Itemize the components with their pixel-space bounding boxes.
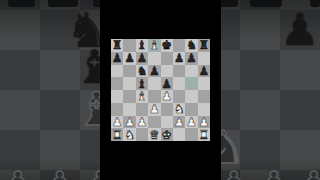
square-b2[interactable]: ♟ bbox=[123, 116, 135, 129]
white-queen-icon: ♛ bbox=[149, 128, 160, 140]
bg-piece-base bbox=[8, 0, 35, 7]
white-pawn-icon: ♟ bbox=[186, 116, 197, 128]
square-d4[interactable] bbox=[148, 90, 160, 103]
square-d7[interactable] bbox=[148, 52, 160, 65]
square-f6[interactable] bbox=[173, 65, 185, 78]
square-e7[interactable] bbox=[161, 52, 173, 65]
bg-black-pawn-icon: ♟ bbox=[280, 8, 319, 52]
video-frame: ♞ ♝ ♝ ♟ ♞ ♟ ♟ ♟ ♟ ♟ ♟ ♜♝♝♚♞♜♟♟♟♟♟♞♟♟♝♟♝♟… bbox=[0, 0, 320, 180]
square-h4[interactable] bbox=[198, 90, 210, 103]
square-f5[interactable] bbox=[173, 77, 185, 90]
white-pawn-icon: ♟ bbox=[161, 90, 172, 102]
square-h7[interactable] bbox=[198, 52, 210, 65]
white-pawn-icon: ♟ bbox=[198, 116, 209, 128]
square-c8[interactable]: ♝ bbox=[136, 39, 148, 52]
bg-white-pawn-top-icon: ♟ bbox=[0, 166, 37, 180]
square-c5[interactable]: ♝ bbox=[136, 77, 148, 90]
square-e8[interactable]: ♚ bbox=[161, 39, 173, 52]
square-f1[interactable] bbox=[173, 128, 185, 141]
square-d2[interactable] bbox=[148, 116, 160, 129]
white-pawn-icon: ♟ bbox=[137, 116, 148, 128]
square-a6[interactable] bbox=[111, 65, 123, 78]
square-b1[interactable]: ♞ bbox=[123, 128, 135, 141]
white-king-icon: ♚ bbox=[161, 128, 172, 140]
black-king-icon: ♚ bbox=[161, 39, 172, 51]
square-h6[interactable]: ♟ bbox=[198, 65, 210, 78]
black-rook-icon: ♜ bbox=[198, 39, 209, 51]
square-c6[interactable]: ♞ bbox=[136, 65, 148, 78]
square-a7[interactable]: ♟ bbox=[111, 52, 123, 65]
square-g7[interactable]: ♟ bbox=[185, 52, 197, 65]
square-f3[interactable]: ♞ bbox=[173, 103, 185, 116]
square-f2[interactable]: ♟ bbox=[173, 116, 185, 129]
black-knight-icon: ♞ bbox=[186, 39, 197, 51]
bg-white-pawn-top-icon: ♟ bbox=[254, 166, 293, 180]
square-b6[interactable] bbox=[123, 65, 135, 78]
black-pawn-icon: ♟ bbox=[149, 65, 160, 77]
bg-white-pawn-top-icon: ♟ bbox=[40, 166, 79, 180]
square-g4[interactable] bbox=[185, 90, 197, 103]
square-g3[interactable] bbox=[185, 103, 197, 116]
square-a5[interactable] bbox=[111, 77, 123, 90]
chess-board[interactable]: ♜♝♝♚♞♜♟♟♟♟♟♞♟♟♝♟♝♟♟♞♟♟♟♟♟♟♜♞♛♚♜ bbox=[111, 39, 210, 141]
square-e5[interactable]: ♟ bbox=[161, 77, 173, 90]
square-d5[interactable] bbox=[148, 77, 160, 90]
square-b3[interactable] bbox=[123, 103, 135, 116]
square-a1[interactable]: ♜ bbox=[111, 128, 123, 141]
white-bishop-icon: ♝ bbox=[149, 39, 160, 51]
square-c4[interactable]: ♝ bbox=[136, 90, 148, 103]
square-c3[interactable] bbox=[136, 103, 148, 116]
square-g1[interactable] bbox=[185, 128, 197, 141]
square-a8[interactable]: ♜ bbox=[111, 39, 123, 52]
square-d3[interactable]: ♟ bbox=[148, 103, 160, 116]
square-d6[interactable]: ♟ bbox=[148, 65, 160, 78]
square-d1[interactable]: ♛ bbox=[148, 128, 160, 141]
black-bishop-icon: ♝ bbox=[137, 39, 148, 51]
square-h5[interactable] bbox=[198, 77, 210, 90]
square-e2[interactable] bbox=[161, 116, 173, 129]
white-pawn-icon: ♟ bbox=[174, 116, 185, 128]
square-g6[interactable] bbox=[185, 65, 197, 78]
white-pawn-icon: ♟ bbox=[149, 103, 160, 115]
square-d8[interactable]: ♝ bbox=[148, 39, 160, 52]
square-a4[interactable] bbox=[111, 90, 123, 103]
square-e4[interactable]: ♟ bbox=[161, 90, 173, 103]
white-rook-icon: ♜ bbox=[112, 128, 123, 140]
square-h1[interactable]: ♜ bbox=[198, 128, 210, 141]
square-h8[interactable]: ♜ bbox=[198, 39, 210, 52]
black-pawn-icon: ♟ bbox=[174, 52, 185, 64]
square-b5[interactable] bbox=[123, 77, 135, 90]
white-knight-icon: ♞ bbox=[124, 128, 135, 140]
black-pawn-icon: ♟ bbox=[161, 77, 172, 89]
square-h3[interactable] bbox=[198, 103, 210, 116]
square-g8[interactable]: ♞ bbox=[185, 39, 197, 52]
square-h2[interactable]: ♟ bbox=[198, 116, 210, 129]
black-pawn-icon: ♟ bbox=[112, 52, 123, 64]
square-g5[interactable] bbox=[185, 77, 197, 90]
square-b7[interactable]: ♟ bbox=[123, 52, 135, 65]
square-f7[interactable]: ♟ bbox=[173, 52, 185, 65]
square-f8[interactable] bbox=[173, 39, 185, 52]
white-knight-icon: ♞ bbox=[174, 103, 185, 115]
square-e1[interactable]: ♚ bbox=[161, 128, 173, 141]
black-pawn-icon: ♟ bbox=[198, 65, 209, 77]
bg-piece-base bbox=[48, 0, 78, 7]
bg-piece-base bbox=[250, 0, 282, 7]
black-pawn-icon: ♟ bbox=[186, 52, 197, 64]
black-rook-icon: ♜ bbox=[112, 39, 123, 51]
square-g2[interactable]: ♟ bbox=[185, 116, 197, 129]
black-pawn-icon: ♟ bbox=[137, 52, 148, 64]
white-rook-icon: ♜ bbox=[198, 128, 209, 140]
square-c2[interactable]: ♟ bbox=[136, 116, 148, 129]
bg-piece-base bbox=[310, 0, 320, 7]
bg-white-pawn-top-icon: ♟ bbox=[294, 166, 320, 180]
square-c7[interactable]: ♟ bbox=[136, 52, 148, 65]
square-a3[interactable] bbox=[111, 103, 123, 116]
square-c1[interactable] bbox=[136, 128, 148, 141]
square-b8[interactable] bbox=[123, 39, 135, 52]
black-bishop-icon: ♝ bbox=[137, 77, 148, 89]
black-knight-icon: ♞ bbox=[137, 65, 148, 77]
white-pawn-icon: ♟ bbox=[124, 116, 135, 128]
black-pawn-icon: ♟ bbox=[124, 52, 135, 64]
square-e6[interactable] bbox=[161, 65, 173, 78]
square-a2[interactable]: ♟ bbox=[111, 116, 123, 129]
white-bishop-icon: ♝ bbox=[137, 90, 148, 102]
square-e3[interactable] bbox=[161, 103, 173, 116]
square-b4[interactable] bbox=[123, 90, 135, 103]
white-pawn-icon: ♟ bbox=[112, 116, 123, 128]
square-f4[interactable] bbox=[173, 90, 185, 103]
